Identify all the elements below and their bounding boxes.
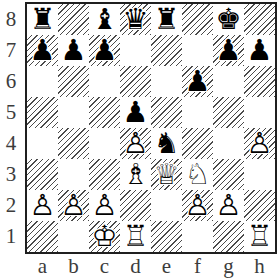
white-pawn-fill: ♟ — [182, 190, 213, 221]
square-c6[interactable] — [89, 66, 120, 97]
file-label-a: a — [27, 255, 58, 277]
file-label-b: b — [58, 255, 89, 277]
white-pawn-fill: ♟ — [213, 190, 244, 221]
square-h4[interactable]: ♟♙ — [244, 128, 275, 159]
black-pawn: ♟ — [120, 97, 151, 128]
square-f8[interactable] — [182, 4, 213, 35]
square-d6[interactable] — [120, 66, 151, 97]
square-a2[interactable]: ♟♙ — [27, 190, 58, 221]
square-c4[interactable] — [89, 128, 120, 159]
square-a5[interactable] — [27, 97, 58, 128]
square-e4[interactable]: ♞ — [151, 128, 182, 159]
white-knight: ♘ — [182, 159, 213, 190]
rank-label-6: 6 — [1, 66, 21, 97]
square-e6[interactable] — [151, 66, 182, 97]
square-e5[interactable] — [151, 97, 182, 128]
black-pawn: ♟ — [89, 35, 120, 66]
chess-diagram: ♜♝♛♜♚♟♟♟♟♟♟♟♟♙♞♟♙♝♗♛♕♞♘♟♙♟♙♟♙♟♙♟♙♚♔♜♖♜♖ … — [0, 0, 278, 280]
file-label-f: f — [182, 255, 213, 277]
square-b8[interactable] — [58, 4, 89, 35]
black-rook: ♜ — [151, 4, 182, 35]
rank-label-5: 5 — [1, 97, 21, 128]
square-d3[interactable]: ♝♗ — [120, 159, 151, 190]
square-b7[interactable]: ♟ — [58, 35, 89, 66]
file-label-g: g — [213, 255, 244, 277]
square-d4[interactable]: ♟♙ — [120, 128, 151, 159]
rank-label-1: 1 — [1, 221, 21, 252]
square-g2[interactable]: ♟♙ — [213, 190, 244, 221]
white-rook: ♖ — [244, 221, 275, 252]
square-f1[interactable] — [182, 221, 213, 252]
square-e1[interactable] — [151, 221, 182, 252]
square-h3[interactable] — [244, 159, 275, 190]
square-f6[interactable]: ♟ — [182, 66, 213, 97]
black-pawn: ♟ — [58, 35, 89, 66]
white-bishop-fill: ♝ — [120, 159, 151, 190]
square-e3[interactable]: ♛♕ — [151, 159, 182, 190]
black-king: ♚ — [213, 4, 244, 35]
square-b2[interactable]: ♟♙ — [58, 190, 89, 221]
white-pawn-fill: ♟ — [89, 190, 120, 221]
square-c8[interactable]: ♝ — [89, 4, 120, 35]
file-label-h: h — [244, 255, 275, 277]
white-bishop: ♗ — [120, 159, 151, 190]
white-pawn: ♙ — [89, 190, 120, 221]
white-queen-fill: ♛ — [151, 159, 182, 190]
square-g5[interactable] — [213, 97, 244, 128]
square-a3[interactable] — [27, 159, 58, 190]
square-c7[interactable]: ♟ — [89, 35, 120, 66]
square-b4[interactable] — [58, 128, 89, 159]
white-pawn: ♙ — [120, 128, 151, 159]
file-label-e: e — [151, 255, 182, 277]
white-queen: ♕ — [151, 159, 182, 190]
rank-label-2: 2 — [1, 190, 21, 221]
square-f7[interactable] — [182, 35, 213, 66]
white-pawn-fill: ♟ — [27, 190, 58, 221]
square-c2[interactable]: ♟♙ — [89, 190, 120, 221]
square-a8[interactable]: ♜ — [27, 4, 58, 35]
square-d8[interactable]: ♛ — [120, 4, 151, 35]
square-a6[interactable] — [27, 66, 58, 97]
chess-board: ♜♝♛♜♚♟♟♟♟♟♟♟♟♙♞♟♙♝♗♛♕♞♘♟♙♟♙♟♙♟♙♟♙♚♔♜♖♜♖ — [25, 2, 277, 254]
square-f5[interactable] — [182, 97, 213, 128]
square-c3[interactable] — [89, 159, 120, 190]
white-rook-fill: ♜ — [244, 221, 275, 252]
black-pawn: ♟ — [182, 66, 213, 97]
white-pawn-fill: ♟ — [58, 190, 89, 221]
white-knight-fill: ♞ — [182, 159, 213, 190]
rank-label-4: 4 — [1, 128, 21, 159]
white-pawn: ♙ — [182, 190, 213, 221]
white-pawn-fill: ♟ — [244, 128, 275, 159]
white-king: ♔ — [89, 221, 120, 252]
white-king-fill: ♚ — [89, 221, 120, 252]
square-c5[interactable] — [89, 97, 120, 128]
square-b3[interactable] — [58, 159, 89, 190]
square-h7[interactable]: ♟ — [244, 35, 275, 66]
square-g1[interactable] — [213, 221, 244, 252]
square-g3[interactable] — [213, 159, 244, 190]
white-pawn: ♙ — [27, 190, 58, 221]
square-a1[interactable] — [27, 221, 58, 252]
white-pawn: ♙ — [213, 190, 244, 221]
black-pawn: ♟ — [244, 35, 275, 66]
square-h8[interactable] — [244, 4, 275, 35]
square-c1[interactable]: ♚♔ — [89, 221, 120, 252]
square-h5[interactable] — [244, 97, 275, 128]
square-h6[interactable] — [244, 66, 275, 97]
square-e2[interactable] — [151, 190, 182, 221]
square-g8[interactable]: ♚ — [213, 4, 244, 35]
square-h1[interactable]: ♜♖ — [244, 221, 275, 252]
square-d5[interactable]: ♟ — [120, 97, 151, 128]
black-pawn: ♟ — [27, 35, 58, 66]
square-d1[interactable]: ♜♖ — [120, 221, 151, 252]
square-g4[interactable] — [213, 128, 244, 159]
square-g7[interactable]: ♟ — [213, 35, 244, 66]
white-rook: ♖ — [120, 221, 151, 252]
square-h2[interactable] — [244, 190, 275, 221]
file-label-d: d — [120, 255, 151, 277]
square-f2[interactable]: ♟♙ — [182, 190, 213, 221]
square-e8[interactable]: ♜ — [151, 4, 182, 35]
black-rook: ♜ — [27, 4, 58, 35]
square-a7[interactable]: ♟ — [27, 35, 58, 66]
white-rook-fill: ♜ — [120, 221, 151, 252]
black-bishop: ♝ — [89, 4, 120, 35]
square-b6[interactable] — [58, 66, 89, 97]
black-queen: ♛ — [120, 4, 151, 35]
rank-label-3: 3 — [1, 159, 21, 190]
rank-label-7: 7 — [1, 35, 21, 66]
square-e7[interactable] — [151, 35, 182, 66]
square-f3[interactable]: ♞♘ — [182, 159, 213, 190]
white-pawn: ♙ — [58, 190, 89, 221]
white-pawn-fill: ♟ — [120, 128, 151, 159]
square-g6[interactable] — [213, 66, 244, 97]
square-f4[interactable] — [182, 128, 213, 159]
square-d2[interactable] — [120, 190, 151, 221]
black-knight: ♞ — [151, 128, 182, 159]
file-label-c: c — [89, 255, 120, 277]
square-d7[interactable] — [120, 35, 151, 66]
square-b1[interactable] — [58, 221, 89, 252]
white-pawn: ♙ — [244, 128, 275, 159]
square-b5[interactable] — [58, 97, 89, 128]
black-pawn: ♟ — [213, 35, 244, 66]
rank-label-8: 8 — [1, 4, 21, 35]
square-a4[interactable] — [27, 128, 58, 159]
